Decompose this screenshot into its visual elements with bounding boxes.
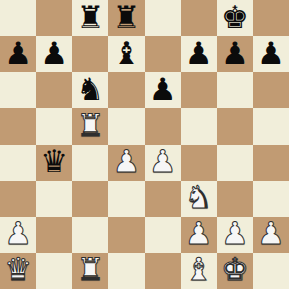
square-h4[interactable] <box>253 145 289 181</box>
square-h1[interactable] <box>253 253 289 289</box>
white-pawn-piece[interactable]: ♟ <box>4 218 32 249</box>
white-pawn-piece[interactable]: ♟ <box>185 218 213 249</box>
square-c3[interactable] <box>72 181 108 217</box>
square-a1[interactable]: ♛ <box>0 253 36 289</box>
square-g7[interactable]: ♟ <box>217 36 253 72</box>
chess-board-container: ♜♜♚♟♟♝♟♟♟♞♟♜♛♟♟♞♟♟♟♟♛♜♝♚ <box>0 0 289 289</box>
square-e1[interactable] <box>145 253 181 289</box>
square-h8[interactable] <box>253 0 289 36</box>
square-b3[interactable] <box>36 181 72 217</box>
square-d4[interactable]: ♟ <box>108 145 144 181</box>
square-g3[interactable] <box>217 181 253 217</box>
square-e6[interactable]: ♟ <box>145 72 181 108</box>
square-g5[interactable] <box>217 108 253 144</box>
square-f6[interactable] <box>181 72 217 108</box>
square-b4[interactable]: ♛ <box>36 145 72 181</box>
square-f5[interactable] <box>181 108 217 144</box>
square-c6[interactable]: ♞ <box>72 72 108 108</box>
square-b6[interactable] <box>36 72 72 108</box>
square-b5[interactable] <box>36 108 72 144</box>
square-e2[interactable] <box>145 217 181 253</box>
white-pawn-piece[interactable]: ♟ <box>113 146 141 177</box>
white-rook-piece[interactable]: ♜ <box>76 254 104 285</box>
square-d3[interactable] <box>108 181 144 217</box>
square-f2[interactable]: ♟ <box>181 217 217 253</box>
white-pawn-piece[interactable]: ♟ <box>257 218 285 249</box>
square-c5[interactable]: ♜ <box>72 108 108 144</box>
square-b7[interactable]: ♟ <box>36 36 72 72</box>
black-rook-piece[interactable]: ♜ <box>113 2 141 33</box>
square-c4[interactable] <box>72 145 108 181</box>
black-pawn-piece[interactable]: ♟ <box>185 38 213 69</box>
square-f8[interactable] <box>181 0 217 36</box>
square-c7[interactable] <box>72 36 108 72</box>
square-h7[interactable]: ♟ <box>253 36 289 72</box>
square-d5[interactable] <box>108 108 144 144</box>
square-a4[interactable] <box>0 145 36 181</box>
black-king-piece[interactable]: ♚ <box>221 2 249 33</box>
square-c1[interactable]: ♜ <box>72 253 108 289</box>
square-g8[interactable]: ♚ <box>217 0 253 36</box>
square-e3[interactable] <box>145 181 181 217</box>
square-g2[interactable]: ♟ <box>217 217 253 253</box>
square-b1[interactable] <box>36 253 72 289</box>
square-c8[interactable]: ♜ <box>72 0 108 36</box>
white-king-piece[interactable]: ♚ <box>221 254 249 285</box>
white-bishop-piece[interactable]: ♝ <box>185 254 213 285</box>
square-d2[interactable] <box>108 217 144 253</box>
black-knight-piece[interactable]: ♞ <box>76 74 104 105</box>
square-g1[interactable]: ♚ <box>217 253 253 289</box>
square-f1[interactable]: ♝ <box>181 253 217 289</box>
square-h6[interactable] <box>253 72 289 108</box>
square-a6[interactable] <box>0 72 36 108</box>
square-b8[interactable] <box>36 0 72 36</box>
square-a5[interactable] <box>0 108 36 144</box>
square-a2[interactable]: ♟ <box>0 217 36 253</box>
square-f3[interactable]: ♞ <box>181 181 217 217</box>
black-queen-piece[interactable]: ♛ <box>40 146 68 177</box>
square-g4[interactable] <box>217 145 253 181</box>
square-d1[interactable] <box>108 253 144 289</box>
square-d6[interactable] <box>108 72 144 108</box>
square-h5[interactable] <box>253 108 289 144</box>
square-c2[interactable] <box>72 217 108 253</box>
black-rook-piece[interactable]: ♜ <box>76 2 104 33</box>
black-pawn-piece[interactable]: ♟ <box>221 38 249 69</box>
square-d8[interactable]: ♜ <box>108 0 144 36</box>
square-e8[interactable] <box>145 0 181 36</box>
black-pawn-piece[interactable]: ♟ <box>4 38 32 69</box>
square-f4[interactable] <box>181 145 217 181</box>
square-e5[interactable] <box>145 108 181 144</box>
square-a8[interactable] <box>0 0 36 36</box>
black-pawn-piece[interactable]: ♟ <box>149 74 177 105</box>
white-pawn-piece[interactable]: ♟ <box>149 146 177 177</box>
square-e4[interactable]: ♟ <box>145 145 181 181</box>
square-h2[interactable]: ♟ <box>253 217 289 253</box>
square-g6[interactable] <box>217 72 253 108</box>
white-queen-piece[interactable]: ♛ <box>4 254 32 285</box>
white-pawn-piece[interactable]: ♟ <box>221 218 249 249</box>
black-bishop-piece[interactable]: ♝ <box>113 38 141 69</box>
square-a3[interactable] <box>0 181 36 217</box>
square-h3[interactable] <box>253 181 289 217</box>
square-a7[interactable]: ♟ <box>0 36 36 72</box>
square-f7[interactable]: ♟ <box>181 36 217 72</box>
white-knight-piece[interactable]: ♞ <box>185 182 213 213</box>
square-d7[interactable]: ♝ <box>108 36 144 72</box>
white-rook-piece[interactable]: ♜ <box>76 110 104 141</box>
square-b2[interactable] <box>36 217 72 253</box>
black-pawn-piece[interactable]: ♟ <box>40 38 68 69</box>
square-e7[interactable] <box>145 36 181 72</box>
black-pawn-piece[interactable]: ♟ <box>257 38 285 69</box>
chess-board: ♜♜♚♟♟♝♟♟♟♞♟♜♛♟♟♞♟♟♟♟♛♜♝♚ <box>0 0 289 289</box>
